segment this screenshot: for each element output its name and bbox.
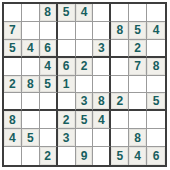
given-digit: 8 [153,60,160,72]
given-digit: 7 [134,60,141,72]
given-digit: 4 [27,42,34,54]
sudoku-cell-r9c8[interactable]: 4 [129,147,147,165]
sudoku-cell-r1c5[interactable]: 4 [76,4,94,22]
sudoku-cell-r3c2[interactable]: 4 [22,40,40,58]
given-digit: 8 [134,132,141,144]
sudoku-cell-r7c8[interactable] [129,111,147,129]
given-digit: 4 [9,132,16,144]
given-digit: 5 [116,150,123,162]
sudoku-cell-r3c1[interactable]: 5 [4,40,22,58]
given-digit: 8 [98,95,105,107]
sudoku-cell-r7c5[interactable]: 5 [76,111,94,129]
sudoku-cell-r8c7[interactable] [111,129,129,147]
sudoku-cell-r5c5[interactable] [76,76,94,94]
given-digit: 6 [153,150,160,162]
given-digit: 3 [81,95,88,107]
sudoku-cell-r4c6[interactable] [93,58,111,76]
sudoku-cell-r6c1[interactable] [4,93,22,111]
sudoku-cell-r4c7[interactable] [111,58,129,76]
sudoku-cell-r8c6[interactable] [93,129,111,147]
sudoku-cell-r6c3[interactable] [40,93,58,111]
sudoku-cell-r6c8[interactable] [129,93,147,111]
sudoku-cell-r3c8[interactable]: 2 [129,40,147,58]
sudoku-cell-r5c7[interactable] [111,76,129,94]
sudoku-cell-r6c4[interactable] [58,93,76,111]
sudoku-cell-r5c3[interactable]: 5 [40,76,58,94]
sudoku-cell-r8c2[interactable]: 5 [22,129,40,147]
given-digit: 5 [9,42,16,54]
given-digit: 5 [63,6,70,18]
given-digit: 4 [44,60,51,72]
sudoku-cell-r4c9[interactable]: 8 [147,58,165,76]
given-digit: 4 [134,150,141,162]
given-digit: 8 [44,6,51,18]
sudoku-cell-r4c4[interactable]: 6 [58,58,76,76]
sudoku-cell-r4c1[interactable] [4,58,22,76]
given-digit: 4 [153,24,160,36]
sudoku-cell-r8c3[interactable] [40,129,58,147]
given-digit: 2 [81,60,88,72]
given-digit: 5 [81,114,88,126]
given-digit: 5 [153,95,160,107]
sudoku-cell-r5c4[interactable]: 1 [58,76,76,94]
sudoku-cell-r1c2[interactable] [22,4,40,22]
given-digit: 6 [63,60,70,72]
sudoku-cell-r4c3[interactable]: 4 [40,58,58,76]
sudoku-cell-r1c1[interactable] [4,4,22,22]
sudoku-cell-r9c2[interactable] [22,147,40,165]
sudoku-cell-r1c4[interactable]: 5 [58,4,76,22]
sudoku-cell-r7c7[interactable] [111,111,129,129]
sudoku-cell-r3c3[interactable]: 6 [40,40,58,58]
given-digit: 4 [81,6,88,18]
sudoku-cell-r2c9[interactable]: 4 [147,22,165,40]
sudoku-cell-r3c9[interactable] [147,40,165,58]
sudoku-cell-r9c4[interactable] [58,147,76,165]
sudoku-cell-r9c1[interactable] [4,147,22,165]
sudoku-cell-r7c9[interactable] [147,111,165,129]
sudoku-cell-r1c6[interactable] [93,4,111,22]
given-digit: 3 [98,42,105,54]
sudoku-cell-r1c3[interactable]: 8 [40,4,58,22]
sudoku-cell-r8c9[interactable] [147,129,165,147]
given-digit: 2 [44,150,51,162]
sudoku-cell-r6c2[interactable] [22,93,40,111]
sudoku-cell-r9c5[interactable]: 9 [76,147,94,165]
sudoku-cell-r7c2[interactable] [22,111,40,129]
sudoku-cell-r6c5[interactable]: 3 [76,93,94,111]
sudoku-cell-r2c6[interactable] [93,22,111,40]
sudoku-cell-r8c5[interactable] [76,129,94,147]
given-digit: 4 [98,114,105,126]
sudoku-cell-r8c1[interactable]: 4 [4,129,22,147]
sudoku-cell-r5c9[interactable] [147,76,165,94]
given-digit: 9 [81,150,88,162]
given-digit: 6 [44,42,51,54]
sudoku-cell-r9c9[interactable]: 6 [147,147,165,165]
sudoku-cell-r7c1[interactable]: 8 [4,111,22,129]
sudoku-cell-r4c8[interactable]: 7 [129,58,147,76]
sudoku-cell-r2c5[interactable] [76,22,94,40]
given-digit: 2 [63,114,70,126]
sudoku-cell-r5c6[interactable] [93,76,111,94]
sudoku-cell-r5c8[interactable] [129,76,147,94]
given-digit: 8 [9,114,16,126]
given-digit: 5 [44,78,51,90]
sudoku-cell-r2c4[interactable] [58,22,76,40]
given-digit: 2 [9,78,16,90]
sudoku-cell-r2c2[interactable] [22,22,40,40]
sudoku-cell-r7c6[interactable]: 4 [93,111,111,129]
sudoku-cell-r7c3[interactable] [40,111,58,129]
sudoku-board: 85478545463246278285138258254453829546 [2,2,167,167]
sudoku-cell-r8c4[interactable]: 3 [58,129,76,147]
given-digit: 7 [9,24,16,36]
sudoku-cell-r7c4[interactable]: 2 [58,111,76,129]
sudoku-cell-r6c6[interactable]: 8 [93,93,111,111]
given-digit: 2 [134,42,141,54]
sudoku-cell-r9c6[interactable] [93,147,111,165]
sudoku-cell-r2c1[interactable]: 7 [4,22,22,40]
sudoku-cell-r4c2[interactable] [22,58,40,76]
sudoku-cell-r1c8[interactable] [129,4,147,22]
given-digit: 8 [116,24,123,36]
sudoku-cell-r3c6[interactable]: 3 [93,40,111,58]
sudoku-cell-r8c8[interactable]: 8 [129,129,147,147]
given-digit: 1 [63,78,70,90]
sudoku-cell-r6c7[interactable]: 2 [111,93,129,111]
given-digit: 8 [27,78,34,90]
sudoku-cell-r5c1[interactable]: 2 [4,76,22,94]
sudoku-cell-r9c7[interactable]: 5 [111,147,129,165]
sudoku-cell-r2c7[interactable]: 8 [111,22,129,40]
given-digit: 2 [116,95,123,107]
sudoku-cell-r4c5[interactable]: 2 [76,58,94,76]
sudoku-cell-r3c7[interactable] [111,40,129,58]
sudoku-cell-r3c4[interactable] [58,40,76,58]
given-digit: 5 [27,132,34,144]
sudoku-cell-r2c8[interactable]: 5 [129,22,147,40]
sudoku-cell-r3c5[interactable] [76,40,94,58]
sudoku-cell-r9c3[interactable]: 2 [40,147,58,165]
sudoku-cell-r2c3[interactable] [40,22,58,40]
given-digit: 3 [63,132,70,144]
sudoku-cell-r1c9[interactable] [147,4,165,22]
sudoku-cell-r1c7[interactable] [111,4,129,22]
sudoku-cell-r6c9[interactable]: 5 [147,93,165,111]
given-digit: 5 [134,24,141,36]
sudoku-cell-r5c2[interactable]: 8 [22,76,40,94]
